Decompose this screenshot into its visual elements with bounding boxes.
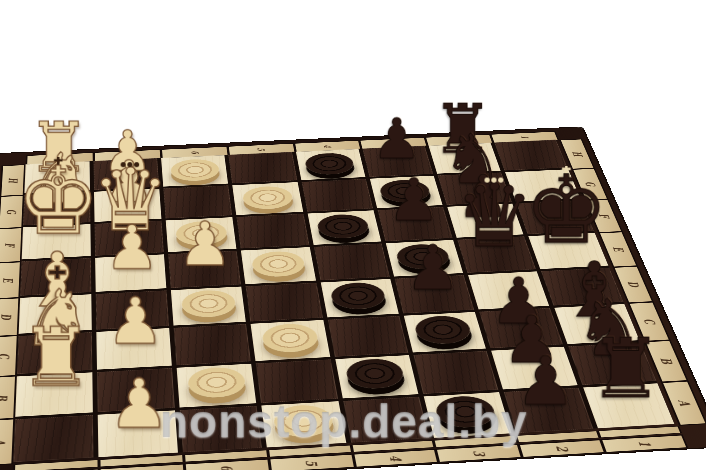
piece-glyph: ♟ — [178, 215, 232, 273]
piece-glyph: ♟ — [106, 290, 164, 351]
product-photo-scene: 87654321 HGFEDCBA HGFEDCBA 87654321 ♜♟♟♜… — [0, 0, 706, 470]
piece-glyph: ♟ — [372, 112, 422, 165]
piece-glyph: ♟ — [388, 172, 440, 228]
checker-disc — [250, 250, 306, 277]
checker-disc — [329, 282, 387, 311]
piece-glyph: ♟ — [405, 239, 460, 298]
checker-disc — [170, 158, 220, 182]
piece-glyph: ♜ — [20, 319, 93, 397]
watermark: nonstop.deal.by — [160, 394, 528, 448]
checker-disc — [181, 289, 237, 318]
checker-disc — [241, 185, 294, 210]
king-cross-finial: ✚ — [561, 163, 571, 175]
checker-disc — [344, 358, 406, 390]
piece-glyph: ♛●●● — [456, 175, 534, 258]
checker-disc — [316, 214, 371, 240]
queen-ball-tips: ●●● — [484, 177, 505, 184]
piece-glyph: ♚✚ — [524, 165, 608, 254]
piece-glyph: ♚✚ — [17, 157, 101, 246]
piece-glyph: ♜ — [589, 330, 663, 408]
queen-ball-tips: ●●● — [120, 162, 140, 169]
piece-glyph: ♟ — [105, 219, 160, 277]
